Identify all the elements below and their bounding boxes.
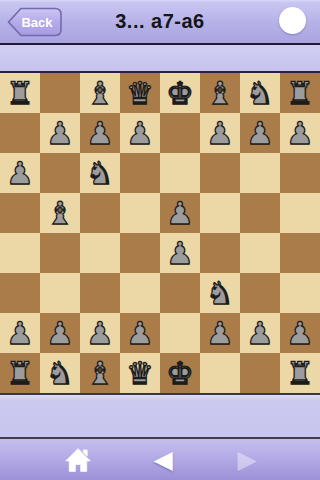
- square-f1[interactable]: [200, 353, 240, 393]
- lower-lavender-strip: [0, 395, 320, 437]
- white-pawn: ♟: [206, 313, 234, 353]
- back-button[interactable]: Back: [6, 7, 64, 37]
- white-knight: ♞: [46, 353, 74, 393]
- square-a2[interactable]: ♟: [0, 313, 40, 353]
- bottom-toolbar: ◀ ▶: [0, 439, 320, 480]
- square-a7[interactable]: [0, 113, 40, 153]
- square-g6[interactable]: [240, 153, 280, 193]
- square-e6[interactable]: [160, 153, 200, 193]
- square-b6[interactable]: [40, 153, 80, 193]
- square-d2[interactable]: ♟: [120, 313, 160, 353]
- white-rook: ♜: [286, 353, 314, 393]
- status-circle: [279, 7, 306, 34]
- black-bishop: ♝: [86, 73, 114, 113]
- white-pawn: ♟: [86, 313, 114, 353]
- right-arrow-icon: ▶: [237, 439, 256, 480]
- square-g8[interactable]: ♞: [240, 73, 280, 113]
- square-a6[interactable]: ♟: [0, 153, 40, 193]
- square-e8[interactable]: ♚: [160, 73, 200, 113]
- black-pawn: ♟: [6, 153, 34, 193]
- square-c6[interactable]: ♞: [80, 153, 120, 193]
- square-f5[interactable]: [200, 193, 240, 233]
- square-e4[interactable]: ♟: [160, 233, 200, 273]
- black-knight: ♞: [86, 153, 114, 193]
- square-e7[interactable]: [160, 113, 200, 153]
- black-rook: ♜: [6, 73, 34, 113]
- square-e5[interactable]: ♟: [160, 193, 200, 233]
- black-pawn: ♟: [166, 193, 194, 233]
- white-pawn: ♟: [246, 313, 274, 353]
- black-knight: ♞: [246, 73, 274, 113]
- square-c8[interactable]: ♝: [80, 73, 120, 113]
- square-a8[interactable]: ♜: [0, 73, 40, 113]
- black-pawn: ♟: [86, 113, 114, 153]
- black-king: ♚: [166, 73, 194, 113]
- black-pawn: ♟: [126, 113, 154, 153]
- left-arrow-icon: ◀: [153, 439, 172, 480]
- square-c5[interactable]: [80, 193, 120, 233]
- square-b5[interactable]: ♝: [40, 193, 80, 233]
- square-f6[interactable]: [200, 153, 240, 193]
- home-button[interactable]: [58, 439, 98, 480]
- square-d8[interactable]: ♛: [120, 73, 160, 113]
- square-h3[interactable]: [280, 273, 320, 313]
- square-c7[interactable]: ♟: [80, 113, 120, 153]
- black-rook: ♜: [286, 73, 314, 113]
- square-h2[interactable]: ♟: [280, 313, 320, 353]
- square-h6[interactable]: [280, 153, 320, 193]
- square-b1[interactable]: ♞: [40, 353, 80, 393]
- home-icon: [63, 446, 93, 474]
- square-a4[interactable]: [0, 233, 40, 273]
- square-e2[interactable]: [160, 313, 200, 353]
- square-a3[interactable]: [0, 273, 40, 313]
- square-f7[interactable]: ♟: [200, 113, 240, 153]
- square-c4[interactable]: [80, 233, 120, 273]
- white-pawn: ♟: [126, 313, 154, 353]
- square-a1[interactable]: ♜: [0, 353, 40, 393]
- white-queen: ♛: [126, 353, 154, 393]
- square-g2[interactable]: ♟: [240, 313, 280, 353]
- square-b2[interactable]: ♟: [40, 313, 80, 353]
- black-pawn: ♟: [286, 113, 314, 153]
- square-f3[interactable]: ♞: [200, 273, 240, 313]
- black-pawn: ♟: [46, 113, 74, 153]
- square-b4[interactable]: [40, 233, 80, 273]
- square-g4[interactable]: [240, 233, 280, 273]
- black-pawn: ♟: [246, 113, 274, 153]
- white-pawn: ♟: [286, 313, 314, 353]
- white-bishop: ♝: [46, 193, 74, 233]
- black-queen: ♛: [126, 73, 154, 113]
- white-knight: ♞: [206, 273, 234, 313]
- square-h1[interactable]: ♜: [280, 353, 320, 393]
- nav-bar: Back 3... a7-a6: [0, 0, 320, 45]
- back-button-label: Back: [21, 15, 53, 30]
- square-g7[interactable]: ♟: [240, 113, 280, 153]
- square-g1[interactable]: [240, 353, 280, 393]
- white-king: ♚: [166, 353, 194, 393]
- white-bishop: ♝: [86, 353, 114, 393]
- square-h8[interactable]: ♜: [280, 73, 320, 113]
- black-pawn: ♟: [206, 113, 234, 153]
- square-h7[interactable]: ♟: [280, 113, 320, 153]
- square-c2[interactable]: ♟: [80, 313, 120, 353]
- square-g5[interactable]: [240, 193, 280, 233]
- square-c3[interactable]: [80, 273, 120, 313]
- square-d6[interactable]: [120, 153, 160, 193]
- white-pawn: ♟: [166, 233, 194, 273]
- white-pawn: ♟: [46, 313, 74, 353]
- square-f4[interactable]: [200, 233, 240, 273]
- white-rook: ♜: [6, 353, 34, 393]
- square-d7[interactable]: ♟: [120, 113, 160, 153]
- square-b7[interactable]: ♟: [40, 113, 80, 153]
- square-f2[interactable]: ♟: [200, 313, 240, 353]
- square-b3[interactable]: [40, 273, 80, 313]
- square-c1[interactable]: ♝: [80, 353, 120, 393]
- square-d3[interactable]: [120, 273, 160, 313]
- next-move-button: ▶: [227, 439, 267, 480]
- white-pawn: ♟: [6, 313, 34, 353]
- square-e1[interactable]: ♚: [160, 353, 200, 393]
- previous-move-button[interactable]: ◀: [143, 439, 183, 480]
- square-g3[interactable]: [240, 273, 280, 313]
- square-d5[interactable]: [120, 193, 160, 233]
- black-bishop: ♝: [206, 73, 234, 113]
- square-d4[interactable]: [120, 233, 160, 273]
- square-f8[interactable]: ♝: [200, 73, 240, 113]
- chess-board: ♜♝♛♚♝♞♜♟♟♟♟♟♟♟♞♝♟♟♞♟♟♟♟♟♟♟♜♞♝♛♚♜: [0, 73, 320, 393]
- square-e3[interactable]: [160, 273, 200, 313]
- square-a5[interactable]: [0, 193, 40, 233]
- upper-lavender-strip: [0, 45, 320, 71]
- square-h5[interactable]: [280, 193, 320, 233]
- square-b8[interactable]: [40, 73, 80, 113]
- square-d1[interactable]: ♛: [120, 353, 160, 393]
- square-h4[interactable]: [280, 233, 320, 273]
